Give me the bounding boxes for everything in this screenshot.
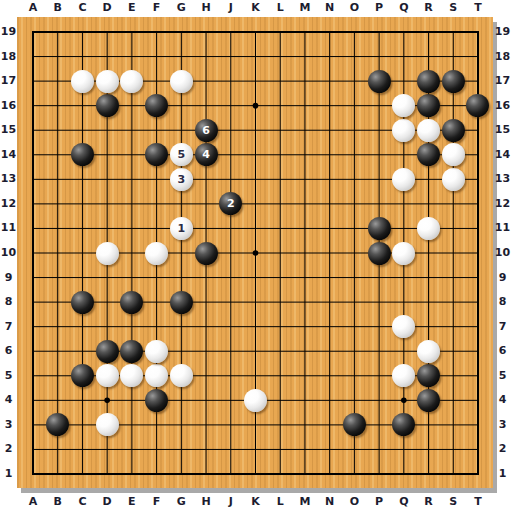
- row-label-right: 1: [494, 467, 511, 481]
- white-stone: [96, 242, 119, 265]
- black-stone: [417, 70, 440, 93]
- row-label-left: 9: [0, 271, 17, 285]
- black-stone: [120, 340, 143, 363]
- row-label-right: 16: [494, 99, 511, 113]
- black-stone: [120, 291, 143, 314]
- black-stone: [145, 389, 168, 412]
- white-stone: 3: [170, 168, 193, 191]
- row-label-left: 2: [0, 442, 17, 456]
- column-label-bottom: N: [320, 495, 340, 509]
- column-label-top: O: [344, 1, 364, 15]
- column-label-bottom: C: [72, 495, 92, 509]
- white-stone: [244, 389, 267, 412]
- column-label-bottom: F: [147, 495, 167, 509]
- column-label-bottom: E: [122, 495, 142, 509]
- column-label-bottom: B: [48, 495, 68, 509]
- row-label-right: 14: [494, 148, 511, 162]
- row-label-right: 7: [494, 320, 511, 334]
- white-stone: [170, 364, 193, 387]
- row-label-right: 11: [494, 221, 511, 235]
- column-label-bottom: K: [245, 495, 265, 509]
- column-label-top: J: [221, 1, 241, 15]
- move-number-label: 3: [170, 168, 193, 191]
- white-stone: 5: [170, 143, 193, 166]
- star-point: [104, 398, 110, 404]
- row-label-left: 5: [0, 369, 17, 383]
- column-label-top: B: [48, 1, 68, 15]
- column-label-top: C: [72, 1, 92, 15]
- white-stone: [71, 70, 94, 93]
- row-label-left: 10: [0, 246, 17, 260]
- black-stone: [368, 217, 391, 240]
- move-number-label: 5: [170, 143, 193, 166]
- row-label-left: 3: [0, 418, 17, 432]
- row-label-left: 16: [0, 99, 17, 113]
- column-label-bottom: T: [468, 495, 488, 509]
- row-label-right: 12: [494, 197, 511, 211]
- white-stone: [417, 217, 440, 240]
- column-label-bottom: G: [171, 495, 191, 509]
- column-label-bottom: D: [97, 495, 117, 509]
- white-stone: [442, 143, 465, 166]
- row-label-right: 6: [494, 344, 511, 358]
- column-label-top: P: [369, 1, 389, 15]
- row-label-left: 1: [0, 467, 17, 481]
- star-point: [253, 103, 259, 109]
- column-label-bottom: M: [295, 495, 315, 509]
- white-stone: [392, 242, 415, 265]
- column-label-top: M: [295, 1, 315, 15]
- white-stone: [96, 70, 119, 93]
- black-stone: [442, 119, 465, 142]
- row-label-right: 13: [494, 172, 511, 186]
- row-label-left: 7: [0, 320, 17, 334]
- black-stone: [96, 340, 119, 363]
- row-label-left: 11: [0, 221, 17, 235]
- row-label-right: 19: [494, 25, 511, 39]
- column-label-top: N: [320, 1, 340, 15]
- white-stone: [170, 70, 193, 93]
- column-label-bottom: P: [369, 495, 389, 509]
- row-label-right: 15: [494, 123, 511, 137]
- white-stone: [442, 168, 465, 191]
- white-stone: [145, 340, 168, 363]
- column-label-top: A: [23, 1, 43, 15]
- white-stone: [392, 119, 415, 142]
- column-label-top: R: [419, 1, 439, 15]
- white-stone: 1: [170, 217, 193, 240]
- move-number-label: 4: [195, 143, 218, 166]
- column-label-bottom: Q: [394, 495, 414, 509]
- row-label-left: 17: [0, 74, 17, 88]
- row-label-left: 8: [0, 295, 17, 309]
- column-label-bottom: A: [23, 495, 43, 509]
- row-label-right: 4: [494, 393, 511, 407]
- row-label-left: 6: [0, 344, 17, 358]
- black-stone: [368, 242, 391, 265]
- black-stone: 4: [195, 143, 218, 166]
- black-stone: [417, 389, 440, 412]
- black-stone: [195, 242, 218, 265]
- column-label-bottom: S: [443, 495, 463, 509]
- white-stone: [120, 70, 143, 93]
- row-label-right: 5: [494, 369, 511, 383]
- white-stone: [96, 364, 119, 387]
- column-label-bottom: J: [221, 495, 241, 509]
- row-label-right: 17: [494, 74, 511, 88]
- go-app-window: AABBCCDDEEFFGGHHJJKKLLMMNNOOPPQQRRSSTT19…: [0, 0, 511, 511]
- row-label-right: 9: [494, 271, 511, 285]
- row-label-right: 18: [494, 50, 511, 64]
- row-label-right: 3: [494, 418, 511, 432]
- column-label-top: K: [245, 1, 265, 15]
- move-number-label: 1: [170, 217, 193, 240]
- row-label-left: 19: [0, 25, 17, 39]
- white-stone: [417, 340, 440, 363]
- column-label-top: F: [147, 1, 167, 15]
- row-label-right: 10: [494, 246, 511, 260]
- column-label-top: E: [122, 1, 142, 15]
- row-label-left: 14: [0, 148, 17, 162]
- column-label-bottom: L: [270, 495, 290, 509]
- column-label-top: L: [270, 1, 290, 15]
- column-label-bottom: O: [344, 495, 364, 509]
- column-label-top: G: [171, 1, 191, 15]
- row-label-left: 15: [0, 123, 17, 137]
- column-label-top: T: [468, 1, 488, 15]
- white-stone: [392, 168, 415, 191]
- white-stone: [96, 413, 119, 436]
- column-label-bottom: R: [419, 495, 439, 509]
- row-label-left: 18: [0, 50, 17, 64]
- white-stone: [145, 242, 168, 265]
- row-label-right: 2: [494, 442, 511, 456]
- row-label-right: 8: [494, 295, 511, 309]
- black-stone: [71, 291, 94, 314]
- column-label-top: Q: [394, 1, 414, 15]
- black-stone: 6: [195, 119, 218, 142]
- column-label-top: D: [97, 1, 117, 15]
- black-stone: [170, 291, 193, 314]
- row-label-left: 4: [0, 393, 17, 407]
- move-number-label: 6: [195, 119, 218, 142]
- column-label-top: S: [443, 1, 463, 15]
- black-stone: [442, 70, 465, 93]
- star-point: [401, 398, 407, 404]
- row-label-left: 13: [0, 172, 17, 186]
- row-label-left: 12: [0, 197, 17, 211]
- column-label-top: H: [196, 1, 216, 15]
- white-stone: [417, 119, 440, 142]
- black-stone: [368, 70, 391, 93]
- column-label-bottom: H: [196, 495, 216, 509]
- star-point: [253, 250, 259, 256]
- black-stone: [96, 94, 119, 117]
